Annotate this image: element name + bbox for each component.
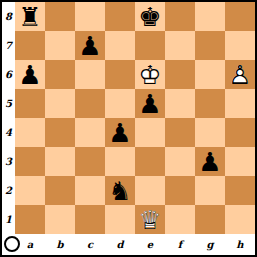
file-label-h: h: [225, 234, 255, 255]
square-d5[interactable]: [105, 89, 135, 118]
square-b7[interactable]: [45, 31, 75, 60]
square-h6[interactable]: ♟♙: [225, 60, 255, 89]
square-e8[interactable]: ♚: [135, 2, 165, 31]
square-g6[interactable]: [195, 60, 225, 89]
chess-diagram: 87654321 ♜♚♟♟♚♔♟♙♟♟♟♞♛♕ abcdefgh: [0, 0, 257, 257]
square-a6[interactable]: ♟: [15, 60, 45, 89]
square-f4[interactable]: [165, 118, 195, 147]
square-e5[interactable]: ♟: [135, 89, 165, 118]
square-a5[interactable]: [15, 89, 45, 118]
square-g2[interactable]: [195, 176, 225, 205]
square-f2[interactable]: [165, 176, 195, 205]
square-h5[interactable]: [225, 89, 255, 118]
file-label-b: b: [45, 234, 75, 255]
white-pawn-outline: ♙: [228, 62, 251, 88]
square-h4[interactable]: [225, 118, 255, 147]
black-king-e8[interactable]: ♚: [138, 4, 161, 30]
rank-labels: 87654321: [2, 2, 15, 234]
square-c5[interactable]: [75, 89, 105, 118]
square-b1[interactable]: [45, 205, 75, 234]
white-queen-outline: ♕: [138, 207, 161, 233]
file-label-c: c: [75, 234, 105, 255]
square-a8[interactable]: ♜: [15, 2, 45, 31]
square-c7[interactable]: ♟: [75, 31, 105, 60]
square-d3[interactable]: [105, 147, 135, 176]
square-a1[interactable]: [15, 205, 45, 234]
square-d1[interactable]: [105, 205, 135, 234]
file-label-e: e: [135, 234, 165, 255]
square-b6[interactable]: [45, 60, 75, 89]
square-e1[interactable]: ♛♕: [135, 205, 165, 234]
square-a2[interactable]: [15, 176, 45, 205]
square-e6[interactable]: ♚♔: [135, 60, 165, 89]
black-pawn-a6[interactable]: ♟: [18, 62, 41, 88]
square-g1[interactable]: [195, 205, 225, 234]
square-c2[interactable]: [75, 176, 105, 205]
square-c4[interactable]: [75, 118, 105, 147]
square-f3[interactable]: [165, 147, 195, 176]
square-h8[interactable]: [225, 2, 255, 31]
rank-label-1: 1: [2, 205, 15, 234]
black-rook-a8[interactable]: ♜: [18, 4, 41, 30]
square-c1[interactable]: [75, 205, 105, 234]
black-pawn-e5[interactable]: ♟: [138, 91, 161, 117]
square-h1[interactable]: [225, 205, 255, 234]
square-c8[interactable]: [75, 2, 105, 31]
chess-board[interactable]: ♜♚♟♟♚♔♟♙♟♟♟♞♛♕: [15, 2, 255, 234]
square-e2[interactable]: [135, 176, 165, 205]
black-pawn-d4[interactable]: ♟: [108, 120, 131, 146]
square-h2[interactable]: [225, 176, 255, 205]
square-g8[interactable]: [195, 2, 225, 31]
square-a7[interactable]: [15, 31, 45, 60]
square-f5[interactable]: [165, 89, 195, 118]
square-g4[interactable]: [195, 118, 225, 147]
square-g7[interactable]: [195, 31, 225, 60]
square-d6[interactable]: [105, 60, 135, 89]
square-f7[interactable]: [165, 31, 195, 60]
square-h7[interactable]: [225, 31, 255, 60]
square-e4[interactable]: [135, 118, 165, 147]
square-b5[interactable]: [45, 89, 75, 118]
rank-label-4: 4: [2, 118, 15, 147]
bottom-strip: abcdefgh: [2, 234, 255, 255]
square-g3[interactable]: ♟: [195, 147, 225, 176]
square-b8[interactable]: [45, 2, 75, 31]
rank-label-5: 5: [2, 89, 15, 118]
square-a4[interactable]: [15, 118, 45, 147]
file-label-f: f: [165, 234, 195, 255]
white-pawn-h6[interactable]: ♟♙: [228, 62, 251, 88]
black-knight-d2[interactable]: ♞: [108, 178, 131, 204]
square-d2[interactable]: ♞: [105, 176, 135, 205]
square-d4[interactable]: ♟: [105, 118, 135, 147]
square-c6[interactable]: [75, 60, 105, 89]
square-g5[interactable]: [195, 89, 225, 118]
rank-label-6: 6: [2, 60, 15, 89]
square-h3[interactable]: [225, 147, 255, 176]
square-d7[interactable]: [105, 31, 135, 60]
square-b2[interactable]: [45, 176, 75, 205]
black-pawn-c7[interactable]: ♟: [78, 33, 101, 59]
file-label-g: g: [195, 234, 225, 255]
square-e3[interactable]: [135, 147, 165, 176]
rank-label-7: 7: [2, 31, 15, 60]
square-e7[interactable]: [135, 31, 165, 60]
square-f8[interactable]: [165, 2, 195, 31]
rank-label-8: 8: [2, 2, 15, 31]
square-f1[interactable]: [165, 205, 195, 234]
square-b4[interactable]: [45, 118, 75, 147]
white-queen-e1[interactable]: ♛♕: [138, 207, 161, 233]
file-label-d: d: [105, 234, 135, 255]
black-pawn-g3[interactable]: ♟: [198, 149, 221, 175]
rank-label-2: 2: [2, 176, 15, 205]
square-d8[interactable]: [105, 2, 135, 31]
square-c3[interactable]: [75, 147, 105, 176]
square-a3[interactable]: [15, 147, 45, 176]
rank-label-3: 3: [2, 147, 15, 176]
square-b3[interactable]: [45, 147, 75, 176]
file-labels: abcdefgh: [15, 234, 255, 255]
white-king-outline: ♔: [138, 62, 161, 88]
file-label-a: a: [15, 234, 45, 255]
white-king-e6[interactable]: ♚♔: [138, 62, 161, 88]
square-f6[interactable]: [165, 60, 195, 89]
